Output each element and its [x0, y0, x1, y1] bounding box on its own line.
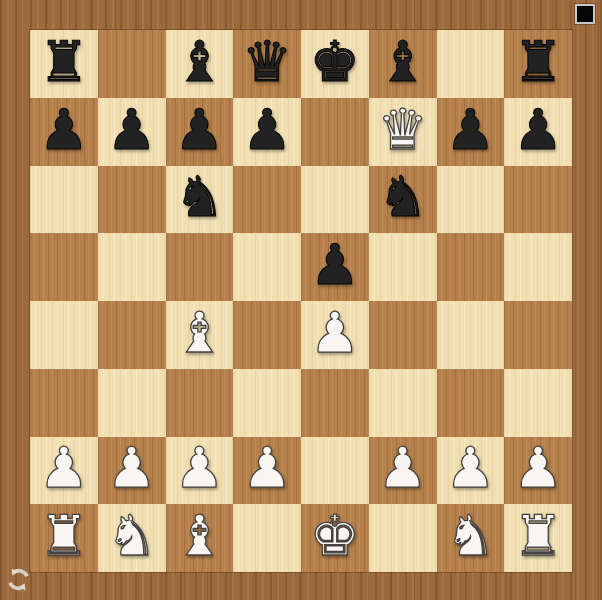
square-e5[interactable]: ♟ — [301, 233, 369, 301]
chess-diagram-viewer: ♜♝♛♚♝♜♟♟♟♟♛♟♟♞♞♟♝♟♟♟♟♟♟♟♟♜♞♝♚♞♜ — [0, 0, 602, 600]
square-h6[interactable] — [504, 166, 572, 234]
square-f3[interactable] — [369, 369, 437, 437]
square-a4[interactable] — [30, 301, 98, 369]
square-g5[interactable] — [437, 233, 505, 301]
square-d4[interactable] — [233, 301, 301, 369]
white-queen-piece: ♛ — [378, 102, 428, 158]
square-f2[interactable]: ♟ — [369, 437, 437, 505]
square-c4[interactable]: ♝ — [166, 301, 234, 369]
white-pawn-piece: ♟ — [310, 305, 360, 361]
square-e4[interactable]: ♟ — [301, 301, 369, 369]
white-knight-piece: ♞ — [107, 508, 157, 564]
square-h7[interactable]: ♟ — [504, 98, 572, 166]
square-e6[interactable] — [301, 166, 369, 234]
square-h8[interactable]: ♜ — [504, 30, 572, 98]
square-a3[interactable] — [30, 369, 98, 437]
square-b4[interactable] — [98, 301, 166, 369]
square-g7[interactable]: ♟ — [437, 98, 505, 166]
white-bishop-piece: ♝ — [174, 305, 224, 361]
white-pawn-piece: ♟ — [107, 440, 157, 496]
black-pawn-piece: ♟ — [513, 102, 563, 158]
black-pawn-piece: ♟ — [242, 102, 292, 158]
square-a7[interactable]: ♟ — [30, 98, 98, 166]
square-h3[interactable] — [504, 369, 572, 437]
square-e8[interactable]: ♚ — [301, 30, 369, 98]
square-f5[interactable] — [369, 233, 437, 301]
white-pawn-piece: ♟ — [513, 440, 563, 496]
black-knight-piece: ♞ — [174, 169, 224, 225]
square-f1[interactable] — [369, 504, 437, 572]
square-b3[interactable] — [98, 369, 166, 437]
square-f4[interactable] — [369, 301, 437, 369]
square-g4[interactable] — [437, 301, 505, 369]
square-h1[interactable]: ♜ — [504, 504, 572, 572]
black-pawn-piece: ♟ — [39, 102, 89, 158]
square-g8[interactable] — [437, 30, 505, 98]
square-d2[interactable]: ♟ — [233, 437, 301, 505]
square-d7[interactable]: ♟ — [233, 98, 301, 166]
square-a6[interactable] — [30, 166, 98, 234]
square-f7[interactable]: ♛ — [369, 98, 437, 166]
square-c6[interactable]: ♞ — [166, 166, 234, 234]
square-e7[interactable] — [301, 98, 369, 166]
square-h2[interactable]: ♟ — [504, 437, 572, 505]
white-pawn-piece: ♟ — [378, 440, 428, 496]
square-b5[interactable] — [98, 233, 166, 301]
square-d5[interactable] — [233, 233, 301, 301]
square-g3[interactable] — [437, 369, 505, 437]
white-bishop-piece: ♝ — [174, 508, 224, 564]
black-pawn-piece: ♟ — [310, 237, 360, 293]
square-c2[interactable]: ♟ — [166, 437, 234, 505]
square-c3[interactable] — [166, 369, 234, 437]
black-pawn-piece: ♟ — [107, 102, 157, 158]
square-d6[interactable] — [233, 166, 301, 234]
black-queen-piece: ♛ — [242, 34, 292, 90]
white-pawn-piece: ♟ — [174, 440, 224, 496]
circular-arrows-icon — [5, 566, 32, 593]
square-f6[interactable]: ♞ — [369, 166, 437, 234]
square-e2[interactable] — [301, 437, 369, 505]
white-rook-piece: ♜ — [39, 508, 89, 564]
square-c7[interactable]: ♟ — [166, 98, 234, 166]
square-a1[interactable]: ♜ — [30, 504, 98, 572]
side-to-move-indicator — [575, 4, 595, 24]
square-b2[interactable]: ♟ — [98, 437, 166, 505]
white-king-piece: ♚ — [310, 508, 360, 564]
square-d1[interactable] — [233, 504, 301, 572]
square-e1[interactable]: ♚ — [301, 504, 369, 572]
black-bishop-piece: ♝ — [378, 34, 428, 90]
black-rook-piece: ♜ — [39, 34, 89, 90]
square-b7[interactable]: ♟ — [98, 98, 166, 166]
square-g1[interactable]: ♞ — [437, 504, 505, 572]
white-pawn-piece: ♟ — [39, 440, 89, 496]
square-h5[interactable] — [504, 233, 572, 301]
black-rook-piece: ♜ — [513, 34, 563, 90]
square-a5[interactable] — [30, 233, 98, 301]
black-bishop-piece: ♝ — [174, 34, 224, 90]
square-d8[interactable]: ♛ — [233, 30, 301, 98]
reset-button[interactable] — [5, 566, 32, 593]
square-c1[interactable]: ♝ — [166, 504, 234, 572]
square-b6[interactable] — [98, 166, 166, 234]
square-h4[interactable] — [504, 301, 572, 369]
square-e3[interactable] — [301, 369, 369, 437]
square-a8[interactable]: ♜ — [30, 30, 98, 98]
chess-board: ♜♝♛♚♝♜♟♟♟♟♛♟♟♞♞♟♝♟♟♟♟♟♟♟♟♜♞♝♚♞♜ — [30, 30, 572, 572]
black-pawn-piece: ♟ — [445, 102, 495, 158]
black-king-piece: ♚ — [310, 34, 360, 90]
square-c5[interactable] — [166, 233, 234, 301]
white-knight-piece: ♞ — [445, 508, 495, 564]
white-pawn-piece: ♟ — [242, 440, 292, 496]
square-g2[interactable]: ♟ — [437, 437, 505, 505]
square-f8[interactable]: ♝ — [369, 30, 437, 98]
square-b1[interactable]: ♞ — [98, 504, 166, 572]
square-c8[interactable]: ♝ — [166, 30, 234, 98]
white-rook-piece: ♜ — [513, 508, 563, 564]
square-g6[interactable] — [437, 166, 505, 234]
black-pawn-piece: ♟ — [174, 102, 224, 158]
black-knight-piece: ♞ — [378, 169, 428, 225]
square-d3[interactable] — [233, 369, 301, 437]
square-a2[interactable]: ♟ — [30, 437, 98, 505]
square-b8[interactable] — [98, 30, 166, 98]
white-pawn-piece: ♟ — [445, 440, 495, 496]
